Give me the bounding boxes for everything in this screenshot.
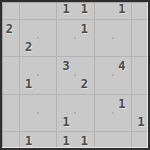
cell-r6c0[interactable] (0, 113, 19, 132)
cell-r6c3[interactable]: 1 (56, 113, 75, 132)
grid-intersection-dot (112, 74, 114, 76)
cell-r7c1[interactable]: 1 (19, 131, 38, 150)
cell-r2c2[interactable] (38, 38, 57, 57)
cell-r3c6[interactable]: 4 (113, 56, 132, 75)
cell-r0c1[interactable] (19, 0, 38, 19)
cell-r7c0[interactable] (0, 131, 19, 150)
cell-r5c5[interactable] (94, 94, 113, 113)
cell-r2c6[interactable] (113, 38, 132, 57)
cell-r6c4[interactable] (75, 113, 94, 132)
cell-r6c2[interactable] (38, 113, 57, 132)
cell-r1c1[interactable] (19, 19, 38, 38)
puzzle-board: 1112123412111111 (0, 0, 150, 150)
cell-r2c1[interactable]: 2 (19, 38, 38, 57)
cell-r4c7[interactable] (131, 75, 150, 94)
cell-r3c7[interactable] (131, 56, 150, 75)
cell-r5c0[interactable] (0, 94, 19, 113)
cell-r7c4[interactable]: 1 (75, 131, 94, 150)
cell-r2c0[interactable] (0, 38, 19, 57)
cell-r1c6[interactable] (113, 19, 132, 38)
cell-r6c1[interactable] (19, 113, 38, 132)
cell-r7c6[interactable] (113, 131, 132, 150)
cell-r0c6[interactable]: 1 (113, 0, 132, 19)
grid-intersection-dot (37, 74, 39, 76)
cell-r4c4[interactable]: 2 (75, 75, 94, 94)
grid-intersection-dot (74, 112, 76, 114)
grid-intersection-dot (112, 37, 114, 39)
cell-r3c1[interactable] (19, 56, 38, 75)
cell-r5c6[interactable]: 1 (113, 94, 132, 113)
cell-r4c2[interactable] (38, 75, 57, 94)
cell-r6c5[interactable] (94, 113, 113, 132)
cell-r0c0[interactable] (0, 0, 19, 19)
cell-r6c7[interactable]: 1 (131, 113, 150, 132)
cell-r4c3[interactable] (56, 75, 75, 94)
cell-r2c4[interactable] (75, 38, 94, 57)
cell-r3c5[interactable] (94, 56, 113, 75)
cell-r0c4[interactable]: 1 (75, 0, 94, 19)
cell-r2c3[interactable] (56, 38, 75, 57)
grid-intersection-dot (74, 74, 76, 76)
cell-r6c6[interactable] (113, 113, 132, 132)
cell-r7c3[interactable]: 1 (56, 131, 75, 150)
grid-intersection-dot (74, 37, 76, 39)
cell-r2c5[interactable] (94, 38, 113, 57)
cell-r1c0[interactable]: 2 (0, 19, 19, 38)
cell-r3c3[interactable]: 3 (56, 56, 75, 75)
grid-intersection-dot (37, 37, 39, 39)
cell-r7c5[interactable] (94, 131, 113, 150)
cell-r4c5[interactable] (94, 75, 113, 94)
cell-r0c2[interactable] (38, 0, 57, 19)
cell-r0c7[interactable] (131, 0, 150, 19)
cell-r7c2[interactable] (38, 131, 57, 150)
cell-r1c4[interactable]: 1 (75, 19, 94, 38)
cell-r5c3[interactable] (56, 94, 75, 113)
cell-r4c0[interactable] (0, 75, 19, 94)
cell-r3c0[interactable] (0, 56, 19, 75)
cell-r3c4[interactable] (75, 56, 94, 75)
cell-r1c7[interactable] (131, 19, 150, 38)
cell-r5c4[interactable] (75, 94, 94, 113)
cell-r4c1[interactable]: 1 (19, 75, 38, 94)
grid-intersection-dot (112, 112, 114, 114)
cell-r2c7[interactable] (131, 38, 150, 57)
cell-r5c7[interactable] (131, 94, 150, 113)
cell-r4c6[interactable] (113, 75, 132, 94)
cell-r1c3[interactable] (56, 19, 75, 38)
cell-r0c3[interactable]: 1 (56, 0, 75, 19)
cell-r7c7[interactable] (131, 131, 150, 150)
cell-r3c2[interactable] (38, 56, 57, 75)
grid-intersection-dot (37, 112, 39, 114)
cell-r5c2[interactable] (38, 94, 57, 113)
cell-r5c1[interactable] (19, 94, 38, 113)
cell-r0c5[interactable] (94, 0, 113, 19)
cell-r1c2[interactable] (38, 19, 57, 38)
cell-r1c5[interactable] (94, 19, 113, 38)
